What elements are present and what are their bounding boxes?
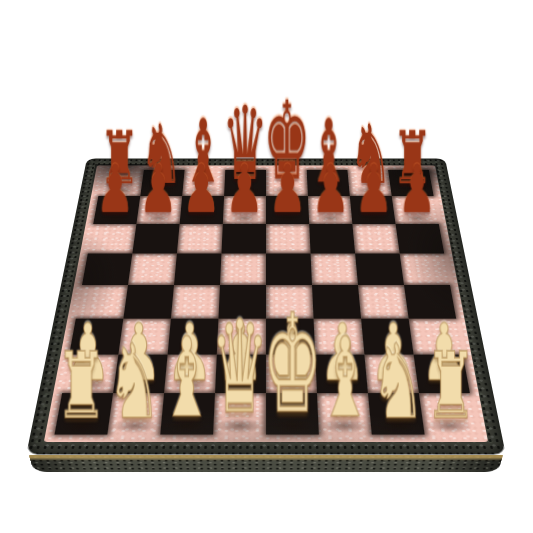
square-a7[interactable]: ♟ — [93, 196, 140, 224]
square-e6[interactable] — [266, 224, 311, 254]
board-surface: ♜♞♝♛♚♝♞♜♟♟♟♟♟♟♟♟♟♟♟♟♟♟♟♟♜♞♝♛♚♝♞♜ — [44, 165, 488, 442]
board-grid: ♜♞♝♛♚♝♞♜♟♟♟♟♟♟♟♟♟♟♟♟♟♟♟♟♜♞♝♛♚♝♞♜ — [54, 170, 477, 435]
piece-black-pawn[interactable]: ♟ — [225, 156, 264, 223]
square-d6[interactable] — [221, 224, 266, 254]
square-g7[interactable]: ♟ — [350, 196, 396, 224]
board-frame: ♜♞♝♛♚♝♞♜♟♟♟♟♟♟♟♟♟♟♟♟♟♟♟♟♜♞♝♛♚♝♞♜ — [26, 158, 506, 454]
piece-black-pawn[interactable]: ♟ — [96, 156, 135, 223]
square-a1[interactable]: ♜ — [54, 393, 113, 434]
piece-white-queen[interactable]: ♛ — [211, 304, 269, 433]
square-h7[interactable]: ♟ — [392, 196, 439, 224]
square-b5[interactable] — [128, 253, 177, 285]
piece-black-pawn[interactable]: ♟ — [268, 156, 307, 223]
piece-black-pawn[interactable]: ♟ — [139, 156, 178, 223]
square-h6[interactable] — [396, 224, 445, 254]
piece-white-king[interactable]: ♚ — [263, 296, 323, 432]
square-c6[interactable] — [177, 224, 223, 254]
square-b6[interactable] — [132, 224, 179, 254]
piece-white-bishop[interactable]: ♝ — [318, 322, 372, 432]
square-f6[interactable] — [309, 224, 355, 254]
square-h5[interactable] — [400, 253, 450, 285]
square-d1[interactable]: ♛ — [213, 393, 266, 434]
piece-white-knight[interactable]: ♞ — [371, 329, 426, 432]
square-c5[interactable] — [174, 253, 221, 285]
square-e5[interactable] — [266, 253, 312, 285]
piece-black-pawn[interactable]: ♟ — [354, 156, 393, 223]
square-d5[interactable] — [220, 253, 266, 285]
square-e1[interactable]: ♚ — [266, 393, 319, 434]
chess-board: ♜♞♝♛♚♝♞♜♟♟♟♟♟♟♟♟♟♟♟♟♟♟♟♟♜♞♝♛♚♝♞♜ — [26, 158, 506, 454]
square-b1[interactable]: ♞ — [107, 393, 164, 434]
square-c7[interactable]: ♟ — [180, 196, 224, 224]
square-a6[interactable] — [88, 224, 137, 254]
photo-scene: ♜♞♝♛♚♝♞♜♟♟♟♟♟♟♟♟♟♟♟♟♟♟♟♟♜♞♝♛♚♝♞♜ — [0, 0, 533, 533]
square-f7[interactable]: ♟ — [308, 196, 352, 224]
piece-black-pawn[interactable]: ♟ — [182, 156, 221, 223]
square-e7[interactable]: ♟ — [266, 196, 309, 224]
board-front-edge — [29, 455, 504, 472]
square-f1[interactable]: ♝ — [317, 393, 372, 434]
square-d7[interactable]: ♟ — [223, 196, 266, 224]
square-b7[interactable]: ♟ — [136, 196, 182, 224]
piece-white-rook[interactable]: ♜ — [425, 341, 476, 433]
piece-black-pawn[interactable]: ♟ — [398, 156, 437, 223]
piece-white-rook[interactable]: ♜ — [55, 341, 106, 433]
piece-white-bishop[interactable]: ♝ — [160, 322, 214, 432]
piece-white-knight[interactable]: ♞ — [107, 329, 162, 432]
square-g6[interactable] — [352, 224, 399, 254]
square-f5[interactable] — [311, 253, 358, 285]
square-a5[interactable] — [82, 253, 132, 285]
square-h1[interactable]: ♜ — [419, 393, 478, 434]
piece-black-pawn[interactable]: ♟ — [311, 156, 350, 223]
square-g1[interactable]: ♞ — [368, 393, 425, 434]
square-g5[interactable] — [355, 253, 404, 285]
square-c1[interactable]: ♝ — [160, 393, 215, 434]
